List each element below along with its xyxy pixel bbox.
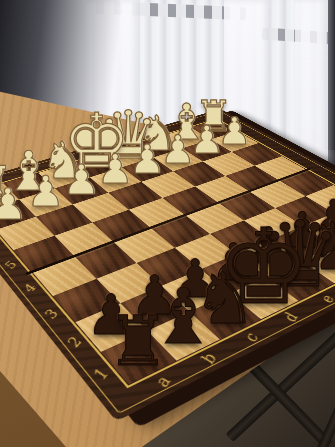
sheer-curtain-right (295, 0, 327, 170)
photo-of-chess-set: 12345678 abcdefgh ♜♝♟♞♟♛♟♚♟♞♟♝♟♜♟♟♟♟♜♟♝♟… (0, 0, 335, 447)
window-frame-edge (328, 0, 335, 168)
